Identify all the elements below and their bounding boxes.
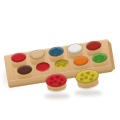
empty-socket-red-socket[interactable] (35, 61, 50, 72)
photo-background (0, 0, 120, 120)
empty-socket-yellow-socket[interactable] (54, 58, 69, 69)
loose-peg-shadow (74, 90, 102, 96)
loose-peg-shadow (44, 93, 70, 99)
loose-peg-red[interactable] (45, 73, 67, 92)
loose-peg-yellow[interactable] (75, 68, 100, 90)
